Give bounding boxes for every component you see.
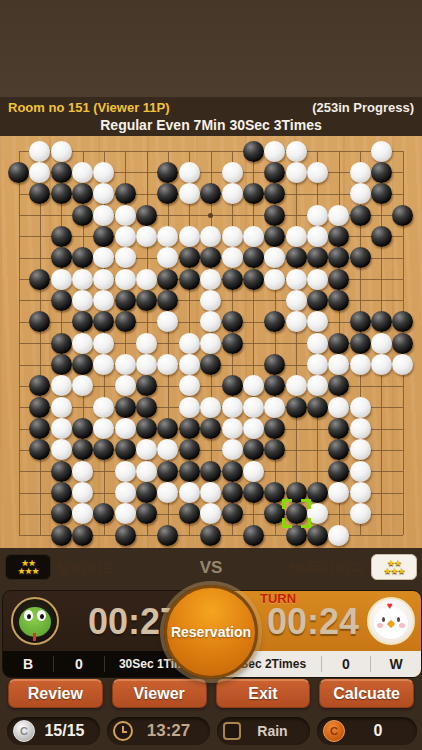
stone-white <box>350 418 371 439</box>
stone-white <box>328 205 349 226</box>
stone-white <box>307 354 328 375</box>
stone-white <box>328 397 349 418</box>
stone-white <box>350 397 371 418</box>
go-board[interactable] <box>0 136 422 548</box>
stone-black <box>328 418 349 439</box>
stone-white <box>307 205 328 226</box>
white-color-label: W <box>371 656 421 672</box>
stone-black <box>51 183 72 204</box>
stone-white <box>350 461 371 482</box>
stone-white <box>115 375 136 396</box>
stone-white <box>136 439 157 460</box>
top-section <box>0 0 422 97</box>
stone-black <box>222 482 243 503</box>
stone-white <box>115 418 136 439</box>
stone-white <box>307 226 328 247</box>
stone-white <box>179 397 200 418</box>
stone-white <box>115 205 136 226</box>
stone-black <box>29 397 50 418</box>
stone-white <box>51 269 72 290</box>
stone-white <box>93 418 114 439</box>
stone-white <box>93 290 114 311</box>
stone-black <box>222 375 243 396</box>
stone-black <box>179 439 200 460</box>
stone-black <box>328 375 349 396</box>
white-extra-periods: 0 <box>322 656 371 672</box>
stone-white <box>350 183 371 204</box>
stone-white <box>72 162 93 183</box>
stone-black <box>392 333 413 354</box>
stone-white <box>115 226 136 247</box>
stone-white <box>157 247 178 268</box>
stone-white <box>222 247 243 268</box>
stone-white <box>200 290 221 311</box>
black-player-avatar <box>11 597 59 645</box>
stone-white <box>93 162 114 183</box>
stone-white <box>179 333 200 354</box>
room-label: Room no 151 (Viewer 11P) <box>8 100 170 115</box>
stone-white <box>51 397 72 418</box>
snake-icon <box>19 607 51 637</box>
stone-black <box>371 162 392 183</box>
stone-black <box>51 247 72 268</box>
stone-white <box>179 354 200 375</box>
stone-black <box>29 269 50 290</box>
silver-coin-icon: C <box>13 720 35 742</box>
stone-black <box>200 418 221 439</box>
stone-black <box>115 525 136 546</box>
stone-black <box>93 311 114 332</box>
stone-white <box>307 162 328 183</box>
stone-white <box>307 269 328 290</box>
stone-white <box>179 226 200 247</box>
stone-black <box>179 461 200 482</box>
stone-black <box>243 141 264 162</box>
star-icon: ★★★ <box>383 567 404 575</box>
stone-white <box>93 269 114 290</box>
progress-label: (253in Progress) <box>312 100 414 115</box>
stone-white <box>286 311 307 332</box>
stone-white <box>29 162 50 183</box>
stone-black <box>179 503 200 524</box>
stone-black <box>157 269 178 290</box>
stone-black <box>136 418 157 439</box>
stone-black <box>243 525 264 546</box>
coin-count: 0 <box>345 722 411 740</box>
stone-black <box>264 439 285 460</box>
stone-white <box>157 311 178 332</box>
stone-black <box>371 226 392 247</box>
stone-white <box>115 354 136 375</box>
stone-black <box>93 226 114 247</box>
reservation-button[interactable]: Reservation <box>164 585 258 679</box>
stone-white <box>200 226 221 247</box>
stone-white <box>350 162 371 183</box>
stone-black <box>307 247 328 268</box>
stone-black <box>264 183 285 204</box>
stone-black <box>51 162 72 183</box>
stone-black <box>51 290 72 311</box>
stone-black <box>72 183 93 204</box>
stone-white <box>371 141 392 162</box>
stone-black <box>222 269 243 290</box>
stone-black <box>264 162 285 183</box>
stone-white <box>72 375 93 396</box>
stone-black <box>157 461 178 482</box>
stone-white <box>136 461 157 482</box>
stone-black <box>350 333 371 354</box>
stone-white <box>157 439 178 460</box>
clock-time: 13:27 <box>133 721 204 741</box>
stone-white <box>200 269 221 290</box>
stone-black <box>222 461 243 482</box>
stone-black <box>72 205 93 226</box>
stone-white <box>286 375 307 396</box>
stone-black <box>51 525 72 546</box>
stone-black <box>200 183 221 204</box>
stone-white <box>51 418 72 439</box>
stone-white <box>136 333 157 354</box>
stone-black <box>264 226 285 247</box>
stone-white <box>222 397 243 418</box>
stone-white <box>286 226 307 247</box>
games-count: 15/15 <box>35 722 94 740</box>
stone-black <box>157 290 178 311</box>
stone-white <box>136 269 157 290</box>
stone-black <box>136 503 157 524</box>
stone-black <box>222 503 243 524</box>
stone-black <box>264 418 285 439</box>
rule-label: Regular Even 7Min 30Sec 3Times <box>0 117 422 133</box>
stone-white <box>157 354 178 375</box>
stone-black <box>243 247 264 268</box>
stone-black <box>328 439 349 460</box>
stone-white <box>93 333 114 354</box>
stone-black <box>72 354 93 375</box>
stone-white <box>93 247 114 268</box>
app-screen: Room no 151 (Viewer 11P) (253in Progress… <box>0 0 422 750</box>
stone-white <box>328 525 349 546</box>
alarm-clock-icon <box>113 721 133 741</box>
action-buttons-row: Review Viewer Exit Calcuate <box>8 679 414 708</box>
stone-black <box>200 247 221 268</box>
calculate-button[interactable]: Calcuate <box>319 679 414 708</box>
stone-black <box>157 418 178 439</box>
stone-black <box>307 397 328 418</box>
stone-black <box>29 311 50 332</box>
stone-white <box>243 375 264 396</box>
stone-white <box>51 141 72 162</box>
games-pill: C 15/15 <box>7 717 100 745</box>
stone-black <box>243 269 264 290</box>
stone-black <box>51 482 72 503</box>
chicken-icon: ♥ <box>374 607 408 639</box>
stone-black <box>286 247 307 268</box>
stone-black <box>264 311 285 332</box>
stone-black <box>328 247 349 268</box>
stone-white <box>286 141 307 162</box>
stone-white <box>243 418 264 439</box>
stone-black <box>51 461 72 482</box>
stone-black <box>51 226 72 247</box>
stone-black <box>136 375 157 396</box>
stone-black <box>29 439 50 460</box>
stone-white <box>243 397 264 418</box>
stone-white <box>392 354 413 375</box>
stone-white <box>222 183 243 204</box>
stone-black <box>93 439 114 460</box>
stone-white <box>243 226 264 247</box>
stone-black <box>243 482 264 503</box>
stone-black <box>200 461 221 482</box>
stone-white <box>51 439 72 460</box>
stone-black <box>350 205 371 226</box>
stone-white <box>350 503 371 524</box>
stone-black <box>392 205 413 226</box>
stone-black <box>264 205 285 226</box>
stone-black <box>115 290 136 311</box>
stone-black <box>29 183 50 204</box>
stone-black <box>350 311 371 332</box>
stone-white <box>307 333 328 354</box>
stone-white <box>93 354 114 375</box>
stone-white <box>72 503 93 524</box>
stone-white <box>328 354 349 375</box>
stone-black <box>264 354 285 375</box>
stone-white <box>264 141 285 162</box>
stone-white <box>72 482 93 503</box>
stone-white <box>371 333 392 354</box>
stone-black <box>328 461 349 482</box>
stone-black <box>222 311 243 332</box>
stone-black <box>93 503 114 524</box>
stone-white <box>286 269 307 290</box>
stone-black <box>72 525 93 546</box>
grid-line <box>296 151 297 535</box>
stone-black <box>115 311 136 332</box>
stone-black <box>328 269 349 290</box>
stone-white <box>136 226 157 247</box>
stone-white <box>72 461 93 482</box>
stone-black <box>72 439 93 460</box>
stone-white <box>222 162 243 183</box>
stone-black <box>8 162 29 183</box>
stone-white <box>286 162 307 183</box>
stone-white <box>200 397 221 418</box>
black-extra-periods: 0 <box>54 656 105 672</box>
stone-white <box>264 397 285 418</box>
heart-icon: ♥ <box>387 600 393 611</box>
stone-black <box>51 354 72 375</box>
stone-black <box>200 354 221 375</box>
white-player-stars-badge: ★★ ★★★ <box>371 554 417 580</box>
stone-black <box>157 162 178 183</box>
stone-white <box>115 503 136 524</box>
stone-white <box>200 311 221 332</box>
stone-white <box>72 290 93 311</box>
stone-white <box>179 183 200 204</box>
stone-black <box>51 333 72 354</box>
white-player-avatar: ♥ <box>367 597 415 645</box>
stone-black <box>179 247 200 268</box>
stone-black <box>72 418 93 439</box>
stone-black <box>179 418 200 439</box>
stone-black <box>157 525 178 546</box>
stone-white <box>179 162 200 183</box>
stone-white <box>93 205 114 226</box>
stone-black <box>115 439 136 460</box>
stone-white <box>72 269 93 290</box>
rain-label: Rain <box>241 723 304 739</box>
stone-white <box>264 269 285 290</box>
stone-black <box>115 397 136 418</box>
review-button[interactable]: Review <box>8 679 103 708</box>
stone-white <box>328 482 349 503</box>
stone-white <box>157 482 178 503</box>
rain-checkbox[interactable] <box>223 722 241 740</box>
stone-white <box>115 461 136 482</box>
stone-black <box>328 333 349 354</box>
vs-bar: ★★ ★★★ 빌메이드 VS 바둑아이다 ★★ ★★★ <box>0 548 422 590</box>
stone-white <box>200 482 221 503</box>
stone-black <box>136 397 157 418</box>
stone-black <box>157 183 178 204</box>
stone-white <box>243 461 264 482</box>
stone-white <box>286 290 307 311</box>
rain-pill: Rain <box>217 717 310 745</box>
stone-black <box>51 503 72 524</box>
clock-pill: 13:27 <box>107 717 210 745</box>
stone-black <box>264 375 285 396</box>
stone-black <box>392 311 413 332</box>
stone-black <box>328 290 349 311</box>
stone-black <box>72 311 93 332</box>
stone-black <box>179 269 200 290</box>
stone-white <box>200 503 221 524</box>
stone-white <box>307 375 328 396</box>
stone-white <box>93 397 114 418</box>
stone-black <box>136 482 157 503</box>
last-move-marker <box>282 499 311 528</box>
stone-black <box>371 311 392 332</box>
stone-white <box>307 311 328 332</box>
stone-black <box>243 183 264 204</box>
star-point <box>208 213 213 218</box>
stone-black <box>115 183 136 204</box>
stone-black <box>29 418 50 439</box>
stone-white <box>115 482 136 503</box>
stone-black <box>136 290 157 311</box>
stone-white <box>93 183 114 204</box>
stone-black <box>371 183 392 204</box>
stone-white <box>222 439 243 460</box>
white-timer: 00:24 <box>254 601 372 643</box>
stone-white <box>29 141 50 162</box>
stone-white <box>179 482 200 503</box>
stone-white <box>222 418 243 439</box>
coin-pill: C 0 <box>317 717 417 745</box>
exit-button[interactable]: Exit <box>216 679 311 708</box>
stone-black <box>72 247 93 268</box>
stone-white <box>136 354 157 375</box>
stone-white <box>51 375 72 396</box>
stone-black <box>200 525 221 546</box>
stone-white <box>115 269 136 290</box>
stone-black <box>350 247 371 268</box>
stone-white <box>179 375 200 396</box>
status-bar: C 15/15 13:27 Rain C 0 <box>7 717 417 745</box>
stone-white <box>222 226 243 247</box>
stone-black <box>307 290 328 311</box>
stone-black <box>328 226 349 247</box>
stone-white <box>371 354 392 375</box>
viewer-button[interactable]: Viewer <box>112 679 207 708</box>
stone-white <box>72 333 93 354</box>
stone-white <box>200 333 221 354</box>
stone-white <box>350 354 371 375</box>
stone-white <box>157 226 178 247</box>
stone-black <box>286 397 307 418</box>
copper-coin-icon: C <box>323 720 345 742</box>
black-color-label: B <box>3 656 54 672</box>
header-bar: Room no 151 (Viewer 11P) (253in Progress… <box>0 97 422 136</box>
stone-black <box>243 439 264 460</box>
white-player-name: 바둑아이다 <box>290 559 365 578</box>
stone-white <box>115 247 136 268</box>
stone-white <box>350 439 371 460</box>
stone-black <box>222 333 243 354</box>
stone-black <box>29 375 50 396</box>
stone-white <box>350 482 371 503</box>
stone-white <box>264 247 285 268</box>
stone-black <box>136 205 157 226</box>
